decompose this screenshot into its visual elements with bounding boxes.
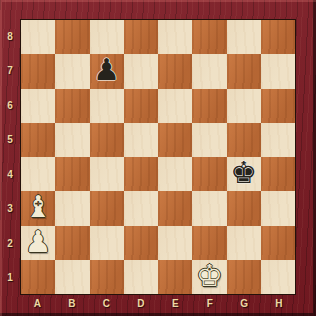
square-h1[interactable] — [261, 260, 295, 294]
square-a1[interactable] — [21, 260, 55, 294]
chess-board: ♟♚♝♟♚ — [20, 19, 296, 295]
square-f5[interactable] — [192, 123, 226, 157]
square-g4[interactable]: ♚ — [227, 157, 261, 191]
file-label-e: E — [158, 294, 193, 313]
square-c7[interactable]: ♟ — [90, 54, 124, 88]
rank-label-1: 1 — [0, 261, 20, 296]
rank-label-7: 7 — [0, 54, 20, 89]
piece-white-pawn-a2[interactable]: ♟ — [25, 226, 52, 259]
square-a7[interactable] — [21, 54, 55, 88]
square-d1[interactable] — [124, 260, 158, 294]
square-a2[interactable]: ♟ — [21, 226, 55, 260]
file-label-h: H — [262, 294, 297, 313]
square-c5[interactable] — [90, 123, 124, 157]
square-d8[interactable] — [124, 20, 158, 54]
square-d3[interactable] — [124, 191, 158, 225]
square-b6[interactable] — [55, 89, 89, 123]
rank-labels: 87654321 — [0, 19, 20, 295]
square-h2[interactable] — [261, 226, 295, 260]
file-label-g: G — [227, 294, 262, 313]
piece-white-bishop-a3[interactable]: ♝ — [25, 191, 52, 224]
square-b1[interactable] — [55, 260, 89, 294]
square-b2[interactable] — [55, 226, 89, 260]
square-g6[interactable] — [227, 89, 261, 123]
square-b5[interactable] — [55, 123, 89, 157]
file-label-b: B — [55, 294, 90, 313]
square-g7[interactable] — [227, 54, 261, 88]
square-e8[interactable] — [158, 20, 192, 54]
rank-label-2: 2 — [0, 226, 20, 261]
file-label-f: F — [193, 294, 228, 313]
square-b8[interactable] — [55, 20, 89, 54]
square-g2[interactable] — [227, 226, 261, 260]
square-f1[interactable]: ♚ — [192, 260, 226, 294]
file-label-d: D — [124, 294, 159, 313]
square-a4[interactable] — [21, 157, 55, 191]
square-b3[interactable] — [55, 191, 89, 225]
square-h4[interactable] — [261, 157, 295, 191]
square-h6[interactable] — [261, 89, 295, 123]
square-e1[interactable] — [158, 260, 192, 294]
piece-white-king-f1[interactable]: ♚ — [196, 260, 223, 293]
rank-label-6: 6 — [0, 88, 20, 123]
square-d5[interactable] — [124, 123, 158, 157]
square-e4[interactable] — [158, 157, 192, 191]
square-a3[interactable]: ♝ — [21, 191, 55, 225]
square-e3[interactable] — [158, 191, 192, 225]
square-f7[interactable] — [192, 54, 226, 88]
file-labels: ABCDEFGH — [20, 294, 296, 313]
square-h3[interactable] — [261, 191, 295, 225]
square-d4[interactable] — [124, 157, 158, 191]
rank-label-3: 3 — [0, 192, 20, 227]
square-b7[interactable] — [55, 54, 89, 88]
square-g1[interactable] — [227, 260, 261, 294]
square-d6[interactable] — [124, 89, 158, 123]
square-h8[interactable] — [261, 20, 295, 54]
square-f8[interactable] — [192, 20, 226, 54]
square-g3[interactable] — [227, 191, 261, 225]
square-c3[interactable] — [90, 191, 124, 225]
file-label-a: A — [20, 294, 55, 313]
square-e7[interactable] — [158, 54, 192, 88]
square-a5[interactable] — [21, 123, 55, 157]
chessboard-frame: 87654321 ABCDEFGH ♟♚♝♟♚ — [0, 0, 316, 316]
square-d2[interactable] — [124, 226, 158, 260]
square-f6[interactable] — [192, 89, 226, 123]
square-c2[interactable] — [90, 226, 124, 260]
square-b4[interactable] — [55, 157, 89, 191]
square-g8[interactable] — [227, 20, 261, 54]
rank-label-4: 4 — [0, 157, 20, 192]
rank-label-5: 5 — [0, 123, 20, 158]
file-label-c: C — [89, 294, 124, 313]
square-a6[interactable] — [21, 89, 55, 123]
square-c4[interactable] — [90, 157, 124, 191]
square-a8[interactable] — [21, 20, 55, 54]
square-f2[interactable] — [192, 226, 226, 260]
square-f3[interactable] — [192, 191, 226, 225]
square-e2[interactable] — [158, 226, 192, 260]
square-c8[interactable] — [90, 20, 124, 54]
square-g5[interactable] — [227, 123, 261, 157]
piece-black-king-g4[interactable]: ♚ — [230, 157, 257, 190]
square-e5[interactable] — [158, 123, 192, 157]
piece-black-pawn-c7[interactable]: ♟ — [93, 54, 120, 87]
square-h7[interactable] — [261, 54, 295, 88]
square-c1[interactable] — [90, 260, 124, 294]
square-h5[interactable] — [261, 123, 295, 157]
square-f4[interactable] — [192, 157, 226, 191]
square-e6[interactable] — [158, 89, 192, 123]
rank-label-8: 8 — [0, 19, 20, 54]
square-c6[interactable] — [90, 89, 124, 123]
square-d7[interactable] — [124, 54, 158, 88]
